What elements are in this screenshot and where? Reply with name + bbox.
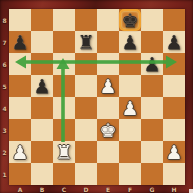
black-pawn-a7[interactable]: ♟ <box>9 31 31 53</box>
black-pawn-g6[interactable]: ♟ <box>141 53 163 75</box>
square-c5[interactable] <box>53 75 75 97</box>
square-d3[interactable] <box>75 119 97 141</box>
black-pawn-f7[interactable]: ♟ <box>119 31 141 53</box>
rank-label-8: 8 <box>0 9 9 31</box>
square-a1[interactable] <box>9 163 31 185</box>
rank-label-6: 6 <box>0 53 9 75</box>
black-pawn-b5[interactable]: ♟ <box>31 75 53 97</box>
square-f5[interactable] <box>119 75 141 97</box>
file-label-h: H <box>163 185 185 193</box>
chess-board-frame: ♚♟♜♟♟♟♟♟♟♚♟♜♟ 87654321ABCDEFGH <box>0 0 193 193</box>
square-a2[interactable]: ♟ <box>9 141 31 163</box>
white-pawn-e5[interactable]: ♟ <box>97 75 119 97</box>
white-king-e3[interactable]: ♚ <box>97 119 119 141</box>
rank-label-1: 1 <box>0 163 9 185</box>
chess-board: ♚♟♜♟♟♟♟♟♟♚♟♜♟ <box>9 9 185 185</box>
square-g6[interactable]: ♟ <box>141 53 163 75</box>
corner-mark <box>189 189 193 193</box>
square-a8[interactable] <box>9 9 31 31</box>
square-d2[interactable] <box>75 141 97 163</box>
white-pawn-f4[interactable]: ♟ <box>119 97 141 119</box>
square-a7[interactable]: ♟ <box>9 31 31 53</box>
square-h6[interactable] <box>163 53 185 75</box>
square-g7[interactable] <box>141 31 163 53</box>
square-e7[interactable] <box>97 31 119 53</box>
square-c6[interactable] <box>53 53 75 75</box>
square-h8[interactable] <box>163 9 185 31</box>
square-c1[interactable] <box>53 163 75 185</box>
square-f8[interactable]: ♚ <box>119 9 141 31</box>
file-label-g: G <box>141 185 163 193</box>
square-d7[interactable]: ♜ <box>75 31 97 53</box>
square-h5[interactable] <box>163 75 185 97</box>
square-g3[interactable] <box>141 119 163 141</box>
square-f7[interactable]: ♟ <box>119 31 141 53</box>
white-rook-c2[interactable]: ♜ <box>53 141 75 163</box>
square-b8[interactable] <box>31 9 53 31</box>
square-e1[interactable] <box>97 163 119 185</box>
square-g1[interactable] <box>141 163 163 185</box>
square-b3[interactable] <box>31 119 53 141</box>
square-c7[interactable] <box>53 31 75 53</box>
file-label-b: B <box>31 185 53 193</box>
square-e2[interactable] <box>97 141 119 163</box>
square-d6[interactable] <box>75 53 97 75</box>
square-h3[interactable] <box>163 119 185 141</box>
rank-label-2: 2 <box>0 141 9 163</box>
square-e5[interactable]: ♟ <box>97 75 119 97</box>
rank-label-7: 7 <box>0 31 9 53</box>
square-g4[interactable] <box>141 97 163 119</box>
square-g5[interactable] <box>141 75 163 97</box>
rank-label-5: 5 <box>0 75 9 97</box>
square-a4[interactable] <box>9 97 31 119</box>
rank-label-4: 4 <box>0 97 9 119</box>
square-a5[interactable] <box>9 75 31 97</box>
square-f6[interactable] <box>119 53 141 75</box>
square-a6[interactable] <box>9 53 31 75</box>
square-f4[interactable]: ♟ <box>119 97 141 119</box>
square-h2[interactable]: ♟ <box>163 141 185 163</box>
square-c8[interactable] <box>53 9 75 31</box>
square-b1[interactable] <box>31 163 53 185</box>
file-label-f: F <box>119 185 141 193</box>
square-c4[interactable] <box>53 97 75 119</box>
square-e6[interactable] <box>97 53 119 75</box>
file-label-c: C <box>53 185 75 193</box>
square-b2[interactable] <box>31 141 53 163</box>
file-label-a: A <box>9 185 31 193</box>
white-pawn-a2[interactable]: ♟ <box>9 141 31 163</box>
square-d4[interactable] <box>75 97 97 119</box>
square-d1[interactable] <box>75 163 97 185</box>
square-e8[interactable] <box>97 9 119 31</box>
white-pawn-h2[interactable]: ♟ <box>163 141 185 163</box>
square-d8[interactable] <box>75 9 97 31</box>
square-g8[interactable] <box>141 9 163 31</box>
square-d5[interactable] <box>75 75 97 97</box>
rank-label-3: 3 <box>0 119 9 141</box>
square-a3[interactable] <box>9 119 31 141</box>
black-rook-d7[interactable]: ♜ <box>75 31 97 53</box>
square-c2[interactable]: ♜ <box>53 141 75 163</box>
square-h7[interactable]: ♟ <box>163 31 185 53</box>
black-king-f8[interactable]: ♚ <box>119 9 141 31</box>
square-g2[interactable] <box>141 141 163 163</box>
square-e3[interactable]: ♚ <box>97 119 119 141</box>
square-f3[interactable] <box>119 119 141 141</box>
square-f2[interactable] <box>119 141 141 163</box>
file-label-d: D <box>75 185 97 193</box>
square-b7[interactable] <box>31 31 53 53</box>
square-e4[interactable] <box>97 97 119 119</box>
square-h1[interactable] <box>163 163 185 185</box>
square-c3[interactable] <box>53 119 75 141</box>
square-f1[interactable] <box>119 163 141 185</box>
square-b6[interactable] <box>31 53 53 75</box>
square-b5[interactable]: ♟ <box>31 75 53 97</box>
square-h4[interactable] <box>163 97 185 119</box>
black-pawn-h7[interactable]: ♟ <box>163 31 185 53</box>
file-label-e: E <box>97 185 119 193</box>
square-b4[interactable] <box>31 97 53 119</box>
